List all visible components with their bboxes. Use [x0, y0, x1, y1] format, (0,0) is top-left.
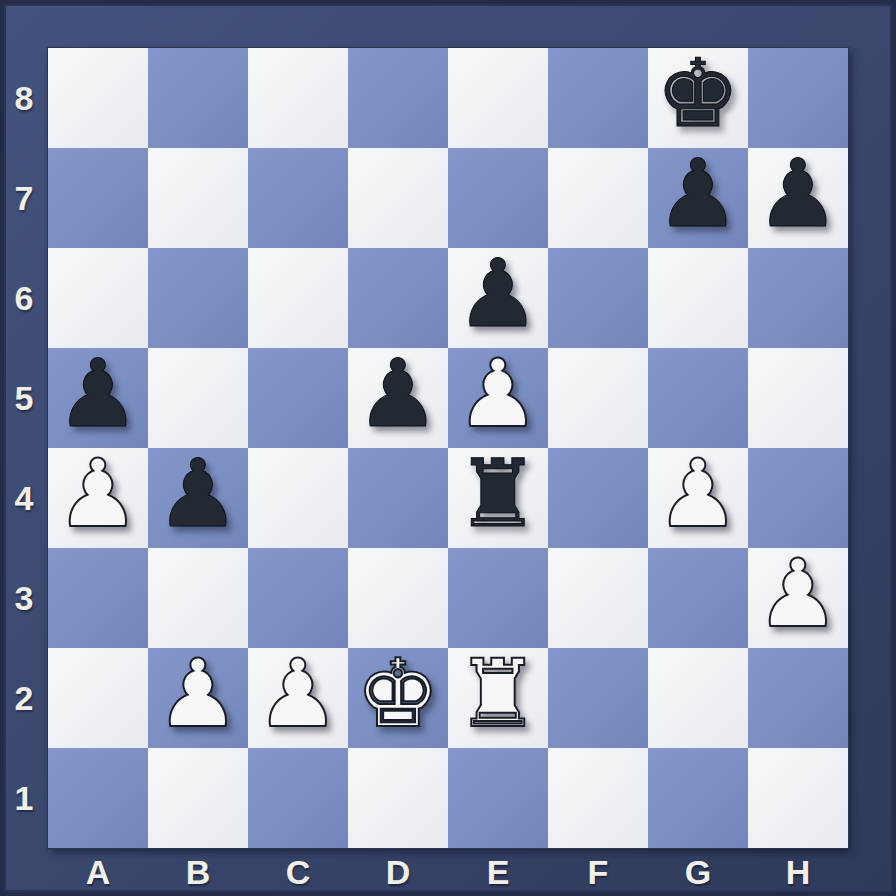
square-h1[interactable]: [748, 748, 848, 848]
square-c6[interactable]: [248, 248, 348, 348]
square-h7[interactable]: ♟: [748, 148, 848, 248]
square-e2[interactable]: ♜: [448, 648, 548, 748]
file-labels: ABCDEFGH: [48, 848, 848, 896]
square-a8[interactable]: [48, 48, 148, 148]
rank-labels: 87654321: [0, 48, 48, 848]
square-a1[interactable]: [48, 748, 148, 848]
square-h4[interactable]: [748, 448, 848, 548]
piece-white-rook[interactable]: ♜: [456, 644, 540, 744]
square-d2[interactable]: ♚: [348, 648, 448, 748]
square-d4[interactable]: [348, 448, 448, 548]
square-g6[interactable]: [648, 248, 748, 348]
square-d3[interactable]: [348, 548, 448, 648]
square-b6[interactable]: [148, 248, 248, 348]
square-b3[interactable]: [148, 548, 248, 648]
file-label-a: A: [48, 848, 148, 896]
square-d7[interactable]: [348, 148, 448, 248]
square-f8[interactable]: [548, 48, 648, 148]
rank-label-7: 7: [0, 148, 48, 248]
piece-white-pawn[interactable]: ♟: [56, 444, 140, 544]
file-label-g: G: [648, 848, 748, 896]
square-f2[interactable]: [548, 648, 648, 748]
square-h3[interactable]: ♟: [748, 548, 848, 648]
square-d8[interactable]: [348, 48, 448, 148]
rank-label-2: 2: [0, 648, 48, 748]
piece-white-pawn[interactable]: ♟: [256, 644, 340, 744]
square-f6[interactable]: [548, 248, 648, 348]
square-f4[interactable]: [548, 448, 648, 548]
file-label-b: B: [148, 848, 248, 896]
piece-black-rook[interactable]: ♜: [456, 444, 540, 544]
square-e3[interactable]: [448, 548, 548, 648]
square-c1[interactable]: [248, 748, 348, 848]
square-g7[interactable]: ♟: [648, 148, 748, 248]
piece-white-pawn[interactable]: ♟: [456, 344, 540, 444]
piece-black-pawn[interactable]: ♟: [656, 144, 740, 244]
square-a7[interactable]: [48, 148, 148, 248]
square-b5[interactable]: [148, 348, 248, 448]
square-d5[interactable]: ♟: [348, 348, 448, 448]
square-h8[interactable]: [748, 48, 848, 148]
square-c8[interactable]: [248, 48, 348, 148]
piece-black-king[interactable]: ♚: [656, 44, 740, 144]
square-a3[interactable]: [48, 548, 148, 648]
square-e5[interactable]: ♟: [448, 348, 548, 448]
rank-label-1: 1: [0, 748, 48, 848]
square-g2[interactable]: [648, 648, 748, 748]
square-c5[interactable]: [248, 348, 348, 448]
file-label-f: F: [548, 848, 648, 896]
square-g5[interactable]: [648, 348, 748, 448]
rank-label-8: 8: [0, 48, 48, 148]
piece-black-pawn[interactable]: ♟: [456, 244, 540, 344]
board-frame: 87654321 ♚♟♟♟♟♟♟♟♟♜♟♟♟♟♚♜ ABCDEFGH: [0, 0, 896, 896]
square-f3[interactable]: [548, 548, 648, 648]
chess-board[interactable]: ♚♟♟♟♟♟♟♟♟♜♟♟♟♟♚♜: [48, 48, 848, 848]
file-label-e: E: [448, 848, 548, 896]
square-e4[interactable]: ♜: [448, 448, 548, 548]
rank-label-4: 4: [0, 448, 48, 548]
square-f1[interactable]: [548, 748, 648, 848]
piece-black-pawn[interactable]: ♟: [56, 344, 140, 444]
rank-label-3: 3: [0, 548, 48, 648]
square-a6[interactable]: [48, 248, 148, 348]
square-g8[interactable]: ♚: [648, 48, 748, 148]
square-b2[interactable]: ♟: [148, 648, 248, 748]
piece-black-pawn[interactable]: ♟: [756, 144, 840, 244]
rank-label-6: 6: [0, 248, 48, 348]
square-g3[interactable]: [648, 548, 748, 648]
square-c2[interactable]: ♟: [248, 648, 348, 748]
square-e1[interactable]: [448, 748, 548, 848]
piece-white-pawn[interactable]: ♟: [156, 644, 240, 744]
square-f5[interactable]: [548, 348, 648, 448]
square-b1[interactable]: [148, 748, 248, 848]
square-h6[interactable]: [748, 248, 848, 348]
square-e7[interactable]: [448, 148, 548, 248]
square-c7[interactable]: [248, 148, 348, 248]
file-label-d: D: [348, 848, 448, 896]
square-a4[interactable]: ♟: [48, 448, 148, 548]
square-h5[interactable]: [748, 348, 848, 448]
square-e6[interactable]: ♟: [448, 248, 548, 348]
piece-black-pawn[interactable]: ♟: [356, 344, 440, 444]
file-label-h: H: [748, 848, 848, 896]
rank-label-5: 5: [0, 348, 48, 448]
piece-white-king[interactable]: ♚: [356, 644, 440, 744]
square-b8[interactable]: [148, 48, 248, 148]
piece-black-pawn[interactable]: ♟: [156, 444, 240, 544]
square-g1[interactable]: [648, 748, 748, 848]
square-a2[interactable]: [48, 648, 148, 748]
square-d6[interactable]: [348, 248, 448, 348]
square-f7[interactable]: [548, 148, 648, 248]
square-c4[interactable]: [248, 448, 348, 548]
square-d1[interactable]: [348, 748, 448, 848]
square-g4[interactable]: ♟: [648, 448, 748, 548]
square-c3[interactable]: [248, 548, 348, 648]
square-b4[interactable]: ♟: [148, 448, 248, 548]
file-label-c: C: [248, 848, 348, 896]
square-b7[interactable]: [148, 148, 248, 248]
square-e8[interactable]: [448, 48, 548, 148]
square-h2[interactable]: [748, 648, 848, 748]
square-a5[interactable]: ♟: [48, 348, 148, 448]
piece-white-pawn[interactable]: ♟: [756, 544, 840, 644]
piece-white-pawn[interactable]: ♟: [656, 444, 740, 544]
